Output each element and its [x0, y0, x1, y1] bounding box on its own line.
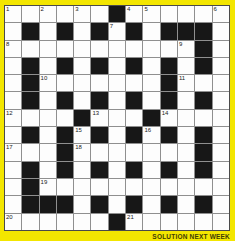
black-cell-r2c6: [91, 23, 107, 39]
cell-r2c7[interactable]: 7: [109, 23, 125, 39]
black-cell-r7c5: [74, 110, 90, 126]
clue-number-6: 6: [214, 6, 217, 13]
black-cell-r8c8: [126, 127, 142, 143]
black-cell-r4c6: [91, 58, 107, 74]
clue-number-12: 12: [6, 110, 13, 117]
cell-r1c3[interactable]: 2: [40, 6, 56, 22]
cell-r8c11[interactable]: [178, 127, 194, 143]
cell-r1c8[interactable]: 4: [126, 6, 142, 22]
black-cell-r12c10: [161, 196, 177, 212]
cell-r8c13[interactable]: [213, 127, 229, 143]
clue-number-7: 7: [110, 23, 113, 30]
cell-r6c7[interactable]: [109, 92, 125, 108]
cell-r7c6[interactable]: 13: [91, 110, 107, 126]
black-cell-r8c6: [91, 127, 107, 143]
cell-r11c7[interactable]: [109, 179, 125, 195]
clue-number-9: 9: [179, 41, 182, 48]
cell-r7c13[interactable]: [213, 110, 229, 126]
cell-r10c5[interactable]: [74, 162, 90, 178]
cell-r10c3[interactable]: [40, 162, 56, 178]
cell-r5c4[interactable]: [57, 75, 73, 91]
clue-number-2: 2: [41, 6, 44, 13]
cell-r3c7[interactable]: [109, 41, 125, 57]
cell-r13c11[interactable]: [178, 214, 194, 230]
black-cell-r4c4: [57, 58, 73, 74]
black-cell-r10c4: [57, 162, 73, 178]
cell-r13c10[interactable]: [161, 214, 177, 230]
cell-r9c7[interactable]: [109, 144, 125, 160]
cell-r5c9[interactable]: [143, 75, 159, 91]
cell-r13c8[interactable]: 21: [126, 214, 142, 230]
black-cell-r12c6: [91, 196, 107, 212]
cell-r13c9[interactable]: [143, 214, 159, 230]
clue-number-15: 15: [75, 127, 82, 134]
black-cell-r6c12: [195, 92, 211, 108]
cell-r10c9[interactable]: [143, 162, 159, 178]
cell-r11c6[interactable]: [91, 179, 107, 195]
cell-r3c1[interactable]: 8: [5, 41, 21, 57]
cell-r1c6[interactable]: [91, 6, 107, 22]
puzzle-frame: 123456789101112131415161718192021 SOLUTI…: [0, 0, 235, 241]
black-cell-r4c10: [161, 58, 177, 74]
black-cell-r5c10: [161, 75, 177, 91]
cell-r11c9[interactable]: [143, 179, 159, 195]
cell-r4c9[interactable]: [143, 58, 159, 74]
cell-r9c11[interactable]: [178, 144, 194, 160]
cell-r7c2[interactable]: [22, 110, 38, 126]
cell-r12c1[interactable]: [5, 196, 21, 212]
black-cell-r10c10: [161, 162, 177, 178]
cell-r4c3[interactable]: [40, 58, 56, 74]
solution-note: SOLUTION NEXT WEEK: [152, 233, 230, 240]
black-cell-r6c2: [22, 92, 38, 108]
cell-r2c3[interactable]: [40, 23, 56, 39]
cell-r8c5[interactable]: 15: [74, 127, 90, 143]
cell-r12c13[interactable]: [213, 196, 229, 212]
cell-r10c13[interactable]: [213, 162, 229, 178]
black-cell-r8c12: [195, 127, 211, 143]
cell-r3c11[interactable]: 9: [178, 41, 194, 57]
cell-r1c5[interactable]: 3: [74, 6, 90, 22]
cell-r12c9[interactable]: [143, 196, 159, 212]
cell-r6c13[interactable]: [213, 92, 229, 108]
cell-r11c3[interactable]: 19: [40, 179, 56, 195]
cell-r3c4[interactable]: [57, 41, 73, 57]
black-cell-r2c8: [126, 23, 142, 39]
cell-r11c8[interactable]: [126, 179, 142, 195]
cell-r11c11[interactable]: [178, 179, 194, 195]
cell-r4c11[interactable]: [178, 58, 194, 74]
clue-number-18: 18: [75, 144, 82, 151]
cell-r1c2[interactable]: [22, 6, 38, 22]
clue-number-5: 5: [144, 6, 147, 13]
cell-r8c3[interactable]: [40, 127, 56, 143]
cell-r2c5[interactable]: [74, 23, 90, 39]
clue-number-4: 4: [127, 6, 130, 13]
crossword-grid: 123456789101112131415161718192021: [4, 5, 230, 231]
cell-r4c13[interactable]: [213, 58, 229, 74]
clue-number-21: 21: [127, 214, 134, 221]
black-cell-r9c4: [57, 144, 73, 160]
cell-r2c9[interactable]: [143, 23, 159, 39]
cell-r3c10[interactable]: [161, 41, 177, 57]
black-cell-r4c8: [126, 58, 142, 74]
black-cell-r5c2: [22, 75, 38, 91]
cell-r11c12[interactable]: [195, 179, 211, 195]
clue-number-20: 20: [6, 214, 13, 221]
clue-number-13: 13: [92, 110, 99, 117]
cell-r13c3[interactable]: [40, 214, 56, 230]
cell-r5c5[interactable]: [74, 75, 90, 91]
cell-r12c7[interactable]: [109, 196, 125, 212]
black-cell-r6c10: [161, 92, 177, 108]
cell-r8c7[interactable]: [109, 127, 125, 143]
black-cell-r10c2: [22, 162, 38, 178]
cell-r5c7[interactable]: [109, 75, 125, 91]
cell-r5c12[interactable]: [195, 75, 211, 91]
cell-r8c9[interactable]: 16: [143, 127, 159, 143]
cell-r9c8[interactable]: [126, 144, 142, 160]
cell-r11c10[interactable]: [161, 179, 177, 195]
cell-r6c9[interactable]: [143, 92, 159, 108]
black-cell-r4c12: [195, 58, 211, 74]
cell-r13c12[interactable]: [195, 214, 211, 230]
cell-r5c1[interactable]: [5, 75, 21, 91]
black-cell-r2c2: [22, 23, 38, 39]
clue-number-8: 8: [6, 41, 9, 48]
cell-r12c11[interactable]: [178, 196, 194, 212]
cell-r5c3[interactable]: 10: [40, 75, 56, 91]
cell-r2c13[interactable]: [213, 23, 229, 39]
cell-r5c6[interactable]: [91, 75, 107, 91]
cell-r7c12[interactable]: [195, 110, 211, 126]
cell-r9c2[interactable]: [22, 144, 38, 160]
black-cell-r6c4: [57, 92, 73, 108]
cell-r1c10[interactable]: [161, 6, 177, 22]
clue-number-17: 17: [6, 144, 13, 151]
cell-r11c13[interactable]: [213, 179, 229, 195]
cell-r5c13[interactable]: [213, 75, 229, 91]
black-cell-r10c8: [126, 162, 142, 178]
black-cell-r8c4: [57, 127, 73, 143]
black-cell-r11c2: [22, 179, 38, 195]
cell-r3c5[interactable]: [74, 41, 90, 57]
black-cell-r6c6: [91, 92, 107, 108]
black-cell-r12c12: [195, 196, 211, 212]
black-cell-r12c8: [126, 196, 142, 212]
clue-number-3: 3: [75, 6, 78, 13]
cell-r7c1[interactable]: 12: [5, 110, 21, 126]
cell-r3c3[interactable]: [40, 41, 56, 57]
black-cell-r9c12: [195, 144, 211, 160]
cell-r3c9[interactable]: [143, 41, 159, 57]
black-cell-r12c3: [40, 196, 56, 212]
cell-r2c1[interactable]: [5, 23, 21, 39]
cell-r9c9[interactable]: [143, 144, 159, 160]
black-cell-r2c12: [195, 23, 211, 39]
cell-r13c5[interactable]: [74, 214, 90, 230]
black-cell-r4c2: [22, 58, 38, 74]
cell-r7c8[interactable]: [126, 110, 142, 126]
black-cell-r3c12: [195, 41, 211, 57]
cell-r3c2[interactable]: [22, 41, 38, 57]
cell-r1c1[interactable]: 1: [5, 6, 21, 22]
cell-r11c4[interactable]: [57, 179, 73, 195]
clue-number-16: 16: [144, 127, 151, 134]
cell-r10c11[interactable]: [178, 162, 194, 178]
cell-r12c5[interactable]: [74, 196, 90, 212]
black-cell-r6c8: [126, 92, 142, 108]
cell-r4c1[interactable]: [5, 58, 21, 74]
cell-r3c8[interactable]: [126, 41, 142, 57]
cell-r9c13[interactable]: [213, 144, 229, 160]
cell-r7c11[interactable]: [178, 110, 194, 126]
cell-r13c6[interactable]: [91, 214, 107, 230]
black-cell-r10c6: [91, 162, 107, 178]
clue-number-19: 19: [41, 179, 48, 186]
cell-r1c12[interactable]: [195, 6, 211, 22]
clue-number-1: 1: [6, 6, 9, 13]
clue-number-14: 14: [162, 110, 169, 117]
black-cell-r2c4: [57, 23, 73, 39]
cell-r6c1[interactable]: [5, 92, 21, 108]
cell-r13c13[interactable]: [213, 214, 229, 230]
cell-r8c1[interactable]: [5, 127, 21, 143]
cell-r3c6[interactable]: [91, 41, 107, 57]
cell-r9c10[interactable]: [161, 144, 177, 160]
cell-r7c4[interactable]: [57, 110, 73, 126]
cell-r6c5[interactable]: [74, 92, 90, 108]
black-cell-r2c11: [178, 23, 194, 39]
black-cell-r13c7: [109, 214, 125, 230]
black-cell-r1c7: [109, 6, 125, 22]
cell-r3c13[interactable]: [213, 41, 229, 57]
cell-r6c3[interactable]: [40, 92, 56, 108]
cell-r13c1[interactable]: 20: [5, 214, 21, 230]
black-cell-r12c4: [57, 196, 73, 212]
cell-r10c1[interactable]: [5, 162, 21, 178]
cell-r11c1[interactable]: [5, 179, 21, 195]
cell-r9c6[interactable]: [91, 144, 107, 160]
cell-r6c11[interactable]: [178, 92, 194, 108]
cell-r9c5[interactable]: 18: [74, 144, 90, 160]
cell-r13c4[interactable]: [57, 214, 73, 230]
cell-r9c1[interactable]: 17: [5, 144, 21, 160]
black-cell-r7c9: [143, 110, 159, 126]
cell-r1c13[interactable]: 6: [213, 6, 229, 22]
cell-r7c7[interactable]: [109, 110, 125, 126]
cell-r1c4[interactable]: [57, 6, 73, 22]
cell-r9c3[interactable]: [40, 144, 56, 160]
black-cell-r8c10: [161, 127, 177, 143]
cell-r11c5[interactable]: [74, 179, 90, 195]
black-cell-r2c10: [161, 23, 177, 39]
cell-r13c2[interactable]: [22, 214, 38, 230]
black-cell-r8c2: [22, 127, 38, 143]
cell-r5c11[interactable]: 11: [178, 75, 194, 91]
cell-r4c5[interactable]: [74, 58, 90, 74]
cell-r5c8[interactable]: [126, 75, 142, 91]
black-cell-r10c12: [195, 162, 211, 178]
cell-r1c9[interactable]: 5: [143, 6, 159, 22]
cell-r1c11[interactable]: [178, 6, 194, 22]
cell-r10c7[interactable]: [109, 162, 125, 178]
clue-number-10: 10: [41, 75, 48, 82]
black-cell-r12c2: [22, 196, 38, 212]
cell-r7c10[interactable]: 14: [161, 110, 177, 126]
cell-r7c3[interactable]: [40, 110, 56, 126]
clue-number-11: 11: [179, 75, 185, 82]
cell-r4c7[interactable]: [109, 58, 125, 74]
